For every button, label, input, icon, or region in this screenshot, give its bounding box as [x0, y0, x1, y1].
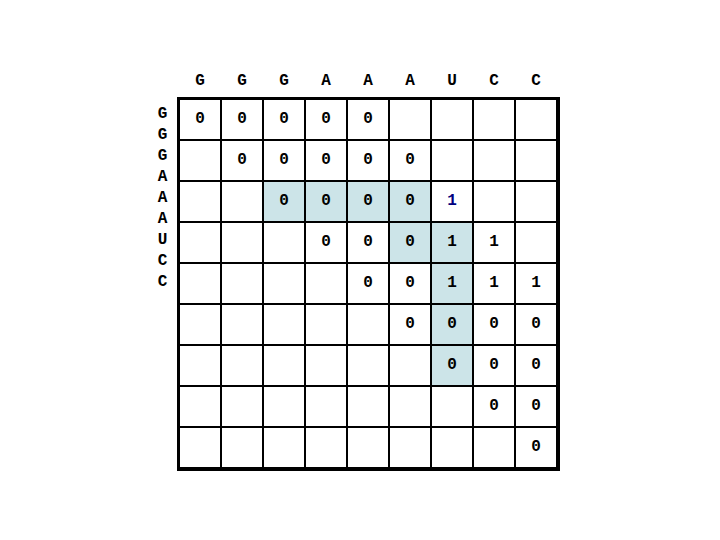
cell-r4c3	[264, 223, 304, 262]
column-header-1: G	[180, 72, 220, 90]
cell-value: 0	[489, 356, 499, 374]
cell-value: 0	[321, 192, 331, 210]
row-label-5: A	[151, 188, 174, 209]
cell-value: 0	[531, 356, 541, 374]
cell-r9c7	[432, 428, 472, 467]
cell-r2c1	[180, 141, 220, 180]
cell-r2c9	[516, 141, 556, 180]
cell-r7c3	[264, 346, 304, 385]
cell-value: 1	[489, 274, 499, 292]
cell-r6c1	[180, 305, 220, 344]
cell-value: 0	[363, 192, 373, 210]
column-header-3: G	[264, 72, 304, 90]
cell-value: 0	[405, 233, 415, 251]
column-header-8: C	[474, 72, 514, 90]
cell-r3c5: 0	[348, 182, 388, 221]
cell-r5c6: 0	[390, 264, 430, 303]
cell-r8c2	[222, 387, 262, 426]
cell-r7c4	[306, 346, 346, 385]
cell-r2c6: 0	[390, 141, 430, 180]
cell-r4c1	[180, 223, 220, 262]
cell-r8c8: 0	[474, 387, 514, 426]
cell-r5c4	[306, 264, 346, 303]
cell-r1c7	[432, 100, 472, 139]
cell-r1c6	[390, 100, 430, 139]
cell-r5c7: 1	[432, 264, 472, 303]
cell-r4c9	[516, 223, 556, 262]
cell-r7c7: 0	[432, 346, 472, 385]
cell-r2c8	[474, 141, 514, 180]
row-label-7: U	[151, 230, 174, 251]
cell-value: 0	[237, 110, 247, 128]
cell-r9c5	[348, 428, 388, 467]
cell-r2c5: 0	[348, 141, 388, 180]
cell-r3c6: 0	[390, 182, 430, 221]
cell-r7c2	[222, 346, 262, 385]
cell-value: 0	[363, 110, 373, 128]
cell-value: 0	[489, 397, 499, 415]
cell-r8c6	[390, 387, 430, 426]
cell-r8c1	[180, 387, 220, 426]
cell-r6c7: 0	[432, 305, 472, 344]
cell-r4c5: 0	[348, 223, 388, 262]
cell-r9c9: 0	[516, 428, 556, 467]
cell-r6c6: 0	[390, 305, 430, 344]
column-header-7: U	[432, 72, 472, 90]
cell-value: 1	[489, 233, 499, 251]
cell-value: 0	[363, 233, 373, 251]
cell-r3c9	[516, 182, 556, 221]
row-label-1: G	[151, 104, 174, 125]
cell-r8c5	[348, 387, 388, 426]
cell-r5c5: 0	[348, 264, 388, 303]
cell-r7c6	[390, 346, 430, 385]
cell-value: 0	[237, 151, 247, 169]
cell-r5c3	[264, 264, 304, 303]
cell-r9c4	[306, 428, 346, 467]
cell-value: 0	[279, 192, 289, 210]
cell-r1c3: 0	[264, 100, 304, 139]
cell-value: 0	[279, 151, 289, 169]
cell-value: 0	[489, 315, 499, 333]
cell-r2c2: 0	[222, 141, 262, 180]
cell-value: 0	[405, 192, 415, 210]
cell-r2c7	[432, 141, 472, 180]
cell-r2c4: 0	[306, 141, 346, 180]
row-label-2: G	[151, 125, 174, 146]
cell-r3c1	[180, 182, 220, 221]
cell-r3c8	[474, 182, 514, 221]
cell-value: 0	[279, 110, 289, 128]
cell-r1c9	[516, 100, 556, 139]
cell-r5c9: 1	[516, 264, 556, 303]
column-headers: GGGAAAUCC	[180, 72, 556, 90]
cell-r1c8	[474, 100, 514, 139]
cell-r2c3: 0	[264, 141, 304, 180]
cell-value: 0	[405, 315, 415, 333]
cell-r4c8: 1	[474, 223, 514, 262]
cell-value: 1	[447, 274, 457, 292]
cell-r9c8	[474, 428, 514, 467]
cell-value: 0	[363, 274, 373, 292]
dp-matrix-grid: 00000000000000100011001110000000000	[177, 97, 560, 471]
cell-r7c5	[348, 346, 388, 385]
cell-r4c4: 0	[306, 223, 346, 262]
cell-r9c1	[180, 428, 220, 467]
cell-r7c1	[180, 346, 220, 385]
cell-r4c6: 0	[390, 223, 430, 262]
cell-r7c8: 0	[474, 346, 514, 385]
cell-value: 0	[321, 151, 331, 169]
cell-value: 0	[405, 274, 415, 292]
cell-r7c9: 0	[516, 346, 556, 385]
cell-value: 0	[363, 151, 373, 169]
cell-r3c7: 1	[432, 182, 472, 221]
cell-r4c7: 1	[432, 223, 472, 262]
cell-r8c7	[432, 387, 472, 426]
cell-r9c6	[390, 428, 430, 467]
row-labels: GGGAAAUCC	[151, 104, 174, 293]
cell-value: 0	[321, 233, 331, 251]
column-header-2: G	[222, 72, 262, 90]
cell-r6c9: 0	[516, 305, 556, 344]
cell-r8c4	[306, 387, 346, 426]
cell-r8c9: 0	[516, 387, 556, 426]
row-label-4: A	[151, 167, 174, 188]
cell-value: 0	[447, 356, 457, 374]
column-header-4: A	[306, 72, 346, 90]
cell-r1c4: 0	[306, 100, 346, 139]
row-label-3: G	[151, 146, 174, 167]
cell-r6c4	[306, 305, 346, 344]
cell-r5c1	[180, 264, 220, 303]
cell-r3c4: 0	[306, 182, 346, 221]
cell-r3c3: 0	[264, 182, 304, 221]
cell-r3c2	[222, 182, 262, 221]
cell-value: 1	[531, 274, 541, 292]
cell-r6c8: 0	[474, 305, 514, 344]
cell-r8c3	[264, 387, 304, 426]
cell-r9c3	[264, 428, 304, 467]
cell-r4c2	[222, 223, 262, 262]
cell-value: 0	[531, 438, 541, 456]
cell-r5c8: 1	[474, 264, 514, 303]
cell-r1c2: 0	[222, 100, 262, 139]
cell-value: 0	[447, 315, 457, 333]
column-header-9: C	[516, 72, 556, 90]
row-label-8: C	[151, 251, 174, 272]
cell-value: 0	[405, 151, 415, 169]
cell-value: 1	[447, 192, 457, 210]
row-label-6: A	[151, 209, 174, 230]
column-header-5: A	[348, 72, 388, 90]
column-header-6: A	[390, 72, 430, 90]
cell-value: 1	[447, 233, 457, 251]
cell-r9c2	[222, 428, 262, 467]
cell-value: 0	[321, 110, 331, 128]
cell-r6c2	[222, 305, 262, 344]
cell-value: 0	[531, 397, 541, 415]
cell-r5c2	[222, 264, 262, 303]
cell-r1c1: 0	[180, 100, 220, 139]
cell-value: 0	[195, 110, 205, 128]
cell-value: 0	[531, 315, 541, 333]
cell-r1c5: 0	[348, 100, 388, 139]
row-label-9: C	[151, 272, 174, 293]
cell-r6c5	[348, 305, 388, 344]
cell-r6c3	[264, 305, 304, 344]
